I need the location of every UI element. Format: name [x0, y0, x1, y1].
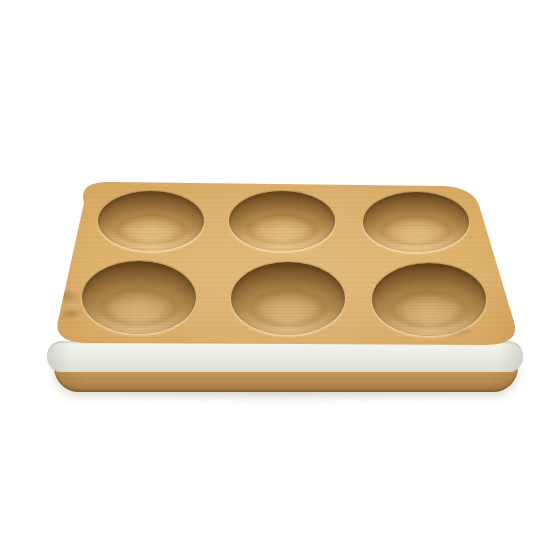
board-silicone-band — [47, 341, 523, 372]
pit-cell — [352, 250, 492, 336]
pit-cell — [212, 186, 352, 250]
pit-cell — [212, 250, 352, 336]
pit-back-right[interactable] — [363, 192, 469, 252]
pit-front-center[interactable] — [231, 262, 345, 335]
pit-front-right[interactable] — [372, 263, 486, 336]
pit-cell — [352, 186, 492, 250]
pit-cell — [72, 250, 212, 336]
pit-front-left[interactable] — [82, 261, 196, 334]
pit-grid — [72, 186, 492, 336]
pit-cell — [72, 186, 212, 250]
pit-back-center[interactable] — [229, 191, 335, 251]
bamboo-knot-mark — [45, 264, 65, 278]
pit-back-left[interactable] — [98, 191, 204, 251]
photo-background — [0, 0, 560, 560]
